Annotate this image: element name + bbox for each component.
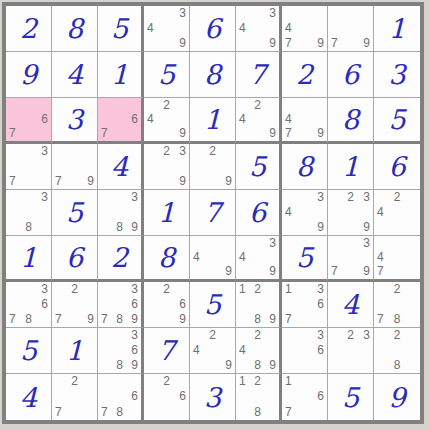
cell-r5c5[interactable]: 7 (190, 190, 236, 236)
solved-digit: 5 (236, 144, 279, 189)
solved-digit: 4 (328, 282, 373, 327)
candidate-6: 6 (131, 390, 138, 403)
pencil-marks: 239 (328, 190, 373, 235)
cell-r8c3[interactable]: 3689 (98, 328, 144, 374)
cell-r2c6[interactable]: 7 (236, 52, 282, 98)
cell-r5c3[interactable]: 389 (98, 190, 144, 236)
candidate-9: 9 (225, 359, 232, 372)
cell-r1c2[interactable]: 8 (52, 6, 98, 52)
cell-r2c2[interactable]: 4 (52, 52, 98, 98)
cell-r2c4[interactable]: 5 (144, 52, 190, 98)
candidate-6: 6 (317, 298, 324, 311)
candidate-6: 6 (317, 344, 324, 357)
candidate-3: 3 (41, 191, 48, 204)
cell-r9c3[interactable]: 678 (98, 374, 144, 420)
cell-r9c2[interactable]: 27 (52, 374, 98, 420)
sudoku-board: 2853496349479791941587263673672491249479… (2, 2, 424, 424)
solved-digit: 5 (52, 190, 97, 235)
solved-digit: 2 (282, 52, 327, 97)
cell-r3c8[interactable]: 8 (328, 98, 374, 144)
candidate-3: 3 (131, 329, 138, 342)
pencil-marks: 278 (374, 282, 420, 327)
candidate-9: 9 (269, 265, 276, 278)
pencil-marks: 349 (236, 6, 279, 51)
pencil-marks: 79 (328, 6, 373, 51)
candidate-7: 7 (9, 127, 16, 140)
candidate-8: 8 (394, 313, 401, 326)
cell-r9c8[interactable]: 5 (328, 374, 374, 420)
solved-digit: 8 (52, 6, 97, 51)
cell-r1c1[interactable]: 2 (6, 6, 52, 52)
candidate-4: 4 (377, 251, 384, 264)
candidate-9: 9 (317, 127, 324, 140)
cell-r2c1[interactable]: 9 (6, 52, 52, 98)
solved-digit: 4 (98, 144, 141, 189)
solved-digit: 6 (52, 236, 97, 279)
candidate-9: 9 (87, 313, 94, 326)
candidate-9: 9 (269, 127, 276, 140)
solved-digit: 4 (52, 52, 97, 97)
cell-r4c1[interactable]: 37 (6, 144, 52, 190)
candidate-7: 7 (377, 265, 384, 278)
solved-digit: 9 (374, 374, 420, 420)
candidate-3: 3 (363, 329, 370, 342)
pencil-marks: 349 (282, 190, 327, 235)
cell-r7c7[interactable]: 1367 (282, 282, 328, 328)
cell-r3c4[interactable]: 249 (144, 98, 190, 144)
cell-r1c7[interactable]: 479 (282, 6, 328, 52)
cell-r1c4[interactable]: 349 (144, 6, 190, 52)
candidate-3: 3 (363, 191, 370, 204)
pencil-marks: 67 (98, 98, 141, 141)
candidate-4: 4 (239, 113, 246, 126)
candidate-3: 3 (269, 7, 276, 20)
cell-r8c7[interactable]: 36 (282, 328, 328, 374)
cell-r4c7[interactable]: 8 (282, 144, 328, 190)
candidate-9: 9 (179, 37, 186, 50)
cell-r6c8[interactable]: 379 (328, 236, 374, 282)
cell-r4c4[interactable]: 239 (144, 144, 190, 190)
candidate-4: 4 (285, 206, 292, 219)
candidate-1: 1 (239, 283, 246, 296)
pencil-marks: 269 (144, 282, 189, 327)
cell-r5c4[interactable]: 1 (144, 190, 190, 236)
cell-r4c3[interactable]: 4 (98, 144, 144, 190)
solved-digit: 6 (190, 6, 235, 51)
candidate-9: 9 (269, 37, 276, 50)
solved-digit: 8 (282, 144, 327, 189)
solved-digit: 3 (374, 52, 420, 97)
cell-r6c4[interactable]: 8 (144, 236, 190, 282)
cell-r2c9[interactable]: 3 (374, 52, 420, 98)
solved-digit: 1 (190, 98, 235, 141)
cell-r9c6[interactable]: 128 (236, 374, 282, 420)
solved-digit: 7 (236, 52, 279, 97)
candidate-1: 1 (239, 375, 246, 388)
candidate-7: 7 (101, 127, 108, 140)
cell-r1c8[interactable]: 79 (328, 6, 374, 52)
solved-digit: 4 (6, 374, 51, 420)
candidate-2: 2 (254, 99, 261, 112)
candidate-7: 7 (285, 406, 292, 419)
pencil-marks: 24 (374, 190, 420, 235)
candidate-2: 2 (163, 145, 170, 158)
candidate-6: 6 (131, 298, 138, 311)
candidate-9: 9 (179, 175, 186, 188)
pencil-marks: 167 (282, 374, 327, 420)
cell-r5c7[interactable]: 349 (282, 190, 328, 236)
cell-r2c7[interactable]: 2 (282, 52, 328, 98)
pencil-marks: 479 (282, 6, 327, 51)
candidate-4: 4 (147, 113, 154, 126)
candidate-4: 4 (239, 344, 246, 357)
solved-digit: 2 (6, 6, 51, 51)
solved-digit: 1 (374, 6, 420, 51)
cell-r8c2[interactable]: 1 (52, 328, 98, 374)
cell-r7c9[interactable]: 278 (374, 282, 420, 328)
candidate-8: 8 (254, 313, 261, 326)
cell-r6c5[interactable]: 49 (190, 236, 236, 282)
candidate-7: 7 (9, 313, 16, 326)
cell-r1c9[interactable]: 1 (374, 6, 420, 52)
solved-digit: 6 (328, 52, 373, 97)
candidate-7: 7 (101, 313, 108, 326)
cell-r4c8[interactable]: 1 (328, 144, 374, 190)
pencil-marks: 249 (190, 328, 235, 373)
candidate-8: 8 (25, 221, 32, 234)
candidate-2: 2 (254, 375, 261, 388)
solved-digit: 5 (190, 282, 235, 327)
cell-r1c5[interactable]: 6 (190, 6, 236, 52)
cell-r9c1[interactable]: 4 (6, 374, 52, 420)
cell-r4c5[interactable]: 29 (190, 144, 236, 190)
candidate-4: 4 (377, 206, 384, 219)
solved-digit: 1 (6, 236, 51, 279)
candidate-7: 7 (55, 313, 62, 326)
candidate-3: 3 (269, 237, 276, 250)
solved-digit: 5 (144, 52, 189, 97)
candidate-2: 2 (254, 283, 261, 296)
candidate-9: 9 (363, 221, 370, 234)
solved-digit: 2 (98, 236, 141, 279)
pencil-marks: 37 (6, 144, 51, 189)
cell-r2c3[interactable]: 1 (98, 52, 144, 98)
solved-digit: 8 (190, 52, 235, 97)
cell-r8c9[interactable]: 28 (374, 328, 420, 374)
cell-r7c2[interactable]: 279 (52, 282, 98, 328)
solved-digit: 7 (144, 328, 189, 373)
candidate-9: 9 (179, 313, 186, 326)
pencil-marks: 678 (98, 374, 141, 420)
candidate-4: 4 (193, 344, 200, 357)
cell-r6c3[interactable]: 2 (98, 236, 144, 282)
candidate-9: 9 (131, 313, 138, 326)
cell-r9c5[interactable]: 3 (190, 374, 236, 420)
candidate-2: 2 (394, 283, 401, 296)
candidate-1: 1 (285, 283, 292, 296)
cell-r8c5[interactable]: 249 (190, 328, 236, 374)
candidate-3: 3 (317, 191, 324, 204)
cell-r4c2[interactable]: 79 (52, 144, 98, 190)
cell-r8c8[interactable]: 23 (328, 328, 374, 374)
cell-r5c6[interactable]: 6 (236, 190, 282, 236)
candidate-2: 2 (163, 99, 170, 112)
candidate-7: 7 (101, 406, 108, 419)
candidate-9: 9 (131, 221, 138, 234)
candidate-1: 1 (285, 375, 292, 388)
candidate-8: 8 (25, 313, 32, 326)
cell-r1c6[interactable]: 349 (236, 6, 282, 52)
candidate-9: 9 (363, 37, 370, 50)
candidate-9: 9 (363, 265, 370, 278)
solved-digit: 5 (374, 98, 420, 141)
candidate-3: 3 (363, 237, 370, 250)
cell-r6c9[interactable]: 47 (374, 236, 420, 282)
candidate-4: 4 (285, 22, 292, 35)
candidate-3: 3 (41, 283, 48, 296)
cell-r3c3[interactable]: 67 (98, 98, 144, 144)
candidate-4: 4 (285, 113, 292, 126)
candidate-7: 7 (331, 265, 338, 278)
pencil-marks: 389 (98, 190, 141, 235)
cell-r8c6[interactable]: 2489 (236, 328, 282, 374)
cell-r7c8[interactable]: 4 (328, 282, 374, 328)
pencil-marks: 279 (52, 282, 97, 327)
candidate-7: 7 (285, 127, 292, 140)
candidate-8: 8 (394, 359, 401, 372)
candidate-3: 3 (41, 145, 48, 158)
solved-digit: 5 (328, 374, 373, 420)
solved-digit: 3 (52, 98, 97, 141)
cell-r9c7[interactable]: 167 (282, 374, 328, 420)
pencil-marks: 27 (52, 374, 97, 420)
candidate-7: 7 (55, 175, 62, 188)
pencil-marks: 2489 (236, 328, 279, 373)
pencil-marks: 26 (144, 374, 189, 420)
solved-digit: 5 (98, 6, 141, 51)
candidate-6: 6 (41, 113, 48, 126)
candidate-2: 2 (71, 283, 78, 296)
cell-r5c1[interactable]: 38 (6, 190, 52, 236)
pencil-marks: 36 (282, 328, 327, 373)
candidate-7: 7 (331, 37, 338, 50)
cell-r5c9[interactable]: 24 (374, 190, 420, 236)
candidate-7: 7 (55, 406, 62, 419)
candidate-3: 3 (317, 283, 324, 296)
solved-digit: 6 (236, 190, 279, 235)
candidate-3: 3 (131, 191, 138, 204)
pencil-marks: 1367 (282, 282, 327, 327)
pencil-marks: 249 (144, 98, 189, 141)
pencil-marks: 479 (282, 98, 327, 141)
candidate-7: 7 (9, 175, 16, 188)
solved-digit: 5 (282, 236, 327, 279)
candidate-8: 8 (254, 359, 261, 372)
pencil-marks: 23 (328, 328, 373, 373)
cell-r3c7[interactable]: 479 (282, 98, 328, 144)
candidate-2: 2 (163, 283, 170, 296)
candidate-6: 6 (317, 390, 324, 403)
candidate-6: 6 (131, 344, 138, 357)
candidate-7: 7 (285, 37, 292, 50)
cell-r4c6[interactable]: 5 (236, 144, 282, 190)
candidate-3: 3 (179, 7, 186, 20)
cell-r7c6[interactable]: 1289 (236, 282, 282, 328)
candidate-2: 2 (163, 375, 170, 388)
cell-r3c2[interactable]: 3 (52, 98, 98, 144)
cell-r3c6[interactable]: 249 (236, 98, 282, 144)
cell-r9c4[interactable]: 26 (144, 374, 190, 420)
candidate-9: 9 (225, 175, 232, 188)
solved-digit: 1 (144, 190, 189, 235)
candidate-6: 6 (179, 298, 186, 311)
pencil-marks: 1289 (236, 282, 279, 327)
candidate-9: 9 (317, 221, 324, 234)
cell-r7c3[interactable]: 36789 (98, 282, 144, 328)
cell-r6c7[interactable]: 5 (282, 236, 328, 282)
cell-r8c1[interactable]: 5 (6, 328, 52, 374)
candidate-2: 2 (71, 375, 78, 388)
candidate-6: 6 (179, 390, 186, 403)
solved-digit: 8 (328, 98, 373, 141)
cell-r3c9[interactable]: 5 (374, 98, 420, 144)
candidate-2: 2 (394, 329, 401, 342)
solved-digit: 1 (328, 144, 373, 189)
cell-r3c1[interactable]: 67 (6, 98, 52, 144)
cell-r7c4[interactable]: 269 (144, 282, 190, 328)
cell-r2c5[interactable]: 8 (190, 52, 236, 98)
candidate-3: 3 (131, 283, 138, 296)
solved-digit: 3 (190, 374, 235, 420)
pencil-marks: 128 (236, 374, 279, 420)
cell-r6c6[interactable]: 349 (236, 236, 282, 282)
candidate-4: 4 (193, 251, 200, 264)
cell-r9c9[interactable]: 9 (374, 374, 420, 420)
candidate-9: 9 (225, 265, 232, 278)
candidate-8: 8 (116, 221, 123, 234)
candidate-9: 9 (131, 359, 138, 372)
cell-r4c9[interactable]: 6 (374, 144, 420, 190)
pencil-marks: 38 (6, 190, 51, 235)
candidate-2: 2 (254, 329, 261, 342)
pencil-marks: 3678 (6, 282, 51, 327)
candidate-2: 2 (347, 329, 354, 342)
cell-r5c2[interactable]: 5 (52, 190, 98, 236)
pencil-marks: 349 (236, 236, 279, 279)
candidate-4: 4 (239, 251, 246, 264)
pencil-marks: 49 (190, 236, 235, 279)
candidate-6: 6 (41, 298, 48, 311)
candidate-7: 7 (285, 313, 292, 326)
candidate-4: 4 (239, 22, 246, 35)
cell-r3c5[interactable]: 1 (190, 98, 236, 144)
candidate-9: 9 (87, 175, 94, 188)
solved-digit: 8 (144, 236, 189, 279)
pencil-marks: 3689 (98, 328, 141, 373)
candidate-9: 9 (269, 359, 276, 372)
cell-r7c1[interactable]: 3678 (6, 282, 52, 328)
candidate-8: 8 (116, 313, 123, 326)
candidate-8: 8 (254, 406, 261, 419)
candidate-3: 3 (179, 145, 186, 158)
candidate-2: 2 (394, 191, 401, 204)
solved-digit: 9 (6, 52, 51, 97)
candidate-6: 6 (131, 113, 138, 126)
cell-r1c3[interactable]: 5 (98, 6, 144, 52)
solved-digit: 1 (52, 328, 97, 373)
cell-r2c8[interactable]: 6 (328, 52, 374, 98)
solved-digit: 1 (98, 52, 141, 97)
pencil-marks: 379 (328, 236, 373, 279)
cell-r5c8[interactable]: 239 (328, 190, 374, 236)
pencil-marks: 29 (190, 144, 235, 189)
candidate-8: 8 (116, 359, 123, 372)
pencil-marks: 36789 (98, 282, 141, 327)
pencil-marks: 239 (144, 144, 189, 189)
candidate-9: 9 (269, 313, 276, 326)
solved-digit: 6 (374, 144, 420, 189)
candidate-4: 4 (147, 22, 154, 35)
candidate-7: 7 (377, 313, 384, 326)
candidate-3: 3 (317, 329, 324, 342)
solved-digit: 7 (190, 190, 235, 235)
candidate-9: 9 (179, 127, 186, 140)
candidate-2: 2 (347, 191, 354, 204)
candidate-8: 8 (116, 406, 123, 419)
pencil-marks: 67 (6, 98, 51, 141)
pencil-marks: 47 (374, 236, 420, 279)
pencil-marks: 79 (52, 144, 97, 189)
cell-r8c4[interactable]: 7 (144, 328, 190, 374)
candidate-2: 2 (209, 329, 216, 342)
pencil-marks: 349 (144, 6, 189, 51)
candidate-9: 9 (317, 37, 324, 50)
pencil-marks: 249 (236, 98, 279, 141)
cell-r6c2[interactable]: 6 (52, 236, 98, 282)
pencil-marks: 28 (374, 328, 420, 373)
cell-r6c1[interactable]: 1 (6, 236, 52, 282)
solved-digit: 5 (6, 328, 51, 373)
candidate-2: 2 (209, 145, 216, 158)
cell-r7c5[interactable]: 5 (190, 282, 236, 328)
